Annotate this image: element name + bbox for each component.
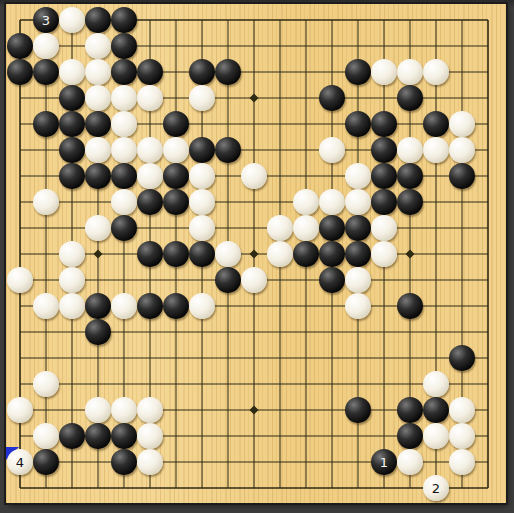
stone-black-c12r8[interactable]	[319, 215, 345, 241]
stone-black-c4r8[interactable]	[111, 215, 137, 241]
stone-white-c2r2[interactable]	[59, 59, 85, 85]
stone-white-c7r11[interactable]	[189, 293, 215, 319]
stone-white-c16r16[interactable]	[423, 423, 449, 449]
stone-black-c5r9[interactable]	[137, 241, 163, 267]
stone-black-c2r16[interactable]	[59, 423, 85, 449]
stone-black-c3r4[interactable]	[85, 111, 111, 137]
stone-black-c2r4[interactable]	[59, 111, 85, 137]
stone-white-c7r7[interactable]	[189, 189, 215, 215]
stone-white-c7r8[interactable]	[189, 215, 215, 241]
stone-black-c17r13[interactable]	[449, 345, 475, 371]
stone-white-c11r8[interactable]	[293, 215, 319, 241]
stone-black-c6r11[interactable]	[163, 293, 189, 319]
stone-white-c3r3[interactable]	[85, 85, 111, 111]
stone-black-c4r1[interactable]	[111, 33, 137, 59]
stone-white-c5r3[interactable]	[137, 85, 163, 111]
move-label-4: 4	[16, 456, 24, 469]
stone-black-c1r17[interactable]	[33, 449, 59, 475]
stone-black-c8r2[interactable]	[215, 59, 241, 85]
stones-layer[interactable]: 3412	[7, 7, 501, 501]
stone-white-c2r11[interactable]	[59, 293, 85, 319]
stone-white-c7r3[interactable]	[189, 85, 215, 111]
stone-black-c6r6[interactable]	[163, 163, 189, 189]
stone-white-c1r16[interactable]	[33, 423, 59, 449]
stone-black-c6r9[interactable]	[163, 241, 189, 267]
stone-black-c15r15[interactable]	[397, 397, 423, 423]
stone-white-c4r15[interactable]	[111, 397, 137, 423]
stone-white-c3r15[interactable]	[85, 397, 111, 423]
move-label-1: 1	[380, 456, 388, 469]
stone-white-c16r18[interactable]: 2	[423, 475, 449, 501]
stone-black-c17r6[interactable]	[449, 163, 475, 189]
move-label-2: 2	[432, 482, 440, 495]
stone-white-c17r15[interactable]	[449, 397, 475, 423]
go-app: 3412	[0, 0, 514, 513]
stone-white-c13r10[interactable]	[345, 267, 371, 293]
stone-black-c16r4[interactable]	[423, 111, 449, 137]
stone-black-c12r10[interactable]	[319, 267, 345, 293]
stone-black-c13r4[interactable]	[345, 111, 371, 137]
stone-black-c4r17[interactable]	[111, 449, 137, 475]
stone-black-c3r12[interactable]	[85, 319, 111, 345]
stone-black-c3r6[interactable]	[85, 163, 111, 189]
stone-black-c2r3[interactable]	[59, 85, 85, 111]
stone-white-c5r17[interactable]	[137, 449, 163, 475]
stone-black-c8r10[interactable]	[215, 267, 241, 293]
stone-white-c14r9[interactable]	[371, 241, 397, 267]
stone-white-c15r5[interactable]	[397, 137, 423, 163]
stone-white-c10r8[interactable]	[267, 215, 293, 241]
stone-white-c15r2[interactable]	[397, 59, 423, 85]
stone-white-c0r10[interactable]	[7, 267, 33, 293]
stone-white-c4r11[interactable]	[111, 293, 137, 319]
stone-black-c5r2[interactable]	[137, 59, 163, 85]
stone-black-c0r2[interactable]	[7, 59, 33, 85]
stone-white-c13r11[interactable]	[345, 293, 371, 319]
stone-white-c4r3[interactable]	[111, 85, 137, 111]
stone-black-c7r2[interactable]	[189, 59, 215, 85]
stone-white-c3r5[interactable]	[85, 137, 111, 163]
stone-black-c2r5[interactable]	[59, 137, 85, 163]
stone-black-c1r0[interactable]: 3	[33, 7, 59, 33]
stone-white-c2r10[interactable]	[59, 267, 85, 293]
stone-white-c1r1[interactable]	[33, 33, 59, 59]
stone-black-c6r4[interactable]	[163, 111, 189, 137]
stone-white-c9r10[interactable]	[241, 267, 267, 293]
stone-black-c8r5[interactable]	[215, 137, 241, 163]
stone-black-c15r16[interactable]	[397, 423, 423, 449]
stone-white-c4r7[interactable]	[111, 189, 137, 215]
stone-black-c14r7[interactable]	[371, 189, 397, 215]
stone-black-c4r0[interactable]	[111, 7, 137, 33]
stone-white-c16r2[interactable]	[423, 59, 449, 85]
stone-black-c3r16[interactable]	[85, 423, 111, 449]
stone-black-c3r11[interactable]	[85, 293, 111, 319]
stone-white-c6r5[interactable]	[163, 137, 189, 163]
stone-white-c5r6[interactable]	[137, 163, 163, 189]
stone-white-c17r5[interactable]	[449, 137, 475, 163]
stone-white-c5r5[interactable]	[137, 137, 163, 163]
stone-black-c13r8[interactable]	[345, 215, 371, 241]
stone-white-c0r15[interactable]	[7, 397, 33, 423]
stone-white-c17r17[interactable]	[449, 449, 475, 475]
stone-black-c2r6[interactable]	[59, 163, 85, 189]
stone-black-c12r3[interactable]	[319, 85, 345, 111]
stone-white-c12r5[interactable]	[319, 137, 345, 163]
stone-white-c17r4[interactable]	[449, 111, 475, 137]
stone-white-c1r14[interactable]	[33, 371, 59, 397]
stone-white-c5r16[interactable]	[137, 423, 163, 449]
stone-black-c13r15[interactable]	[345, 397, 371, 423]
stone-white-c5r15[interactable]	[137, 397, 163, 423]
stone-black-c5r11[interactable]	[137, 293, 163, 319]
stone-black-c0r1[interactable]	[7, 33, 33, 59]
stone-white-c16r14[interactable]	[423, 371, 449, 397]
stone-black-c4r6[interactable]	[111, 163, 137, 189]
stone-black-c16r15[interactable]	[423, 397, 449, 423]
stone-black-c7r9[interactable]	[189, 241, 215, 267]
stone-white-c1r7[interactable]	[33, 189, 59, 215]
move-label-3: 3	[42, 14, 50, 27]
stone-white-c8r9[interactable]	[215, 241, 241, 267]
stone-black-c12r9[interactable]	[319, 241, 345, 267]
stone-black-c14r6[interactable]	[371, 163, 397, 189]
stone-white-c3r2[interactable]	[85, 59, 111, 85]
stone-black-c13r9[interactable]	[345, 241, 371, 267]
stone-white-c15r17[interactable]	[397, 449, 423, 475]
stone-white-c2r9[interactable]	[59, 241, 85, 267]
stone-white-c3r8[interactable]	[85, 215, 111, 241]
stone-black-c14r17[interactable]: 1	[371, 449, 397, 475]
stone-black-c3r0[interactable]	[85, 7, 111, 33]
stone-white-c4r4[interactable]	[111, 111, 137, 137]
stone-white-c13r6[interactable]	[345, 163, 371, 189]
stone-black-c4r16[interactable]	[111, 423, 137, 449]
stone-white-c16r5[interactable]	[423, 137, 449, 163]
stone-black-c4r2[interactable]	[111, 59, 137, 85]
stone-white-c3r1[interactable]	[85, 33, 111, 59]
stone-white-c14r8[interactable]	[371, 215, 397, 241]
stone-white-c11r7[interactable]	[293, 189, 319, 215]
stone-black-c13r2[interactable]	[345, 59, 371, 85]
stone-white-c13r7[interactable]	[345, 189, 371, 215]
stone-black-c15r3[interactable]	[397, 85, 423, 111]
stone-black-c15r11[interactable]	[397, 293, 423, 319]
stone-white-c12r7[interactable]	[319, 189, 345, 215]
stone-white-c1r11[interactable]	[33, 293, 59, 319]
stone-black-c1r2[interactable]	[33, 59, 59, 85]
stone-white-c4r5[interactable]	[111, 137, 137, 163]
stone-white-c17r16[interactable]	[449, 423, 475, 449]
stone-black-c5r7[interactable]	[137, 189, 163, 215]
stone-black-c15r6[interactable]	[397, 163, 423, 189]
stone-black-c7r5[interactable]	[189, 137, 215, 163]
stone-white-c7r6[interactable]	[189, 163, 215, 189]
stone-black-c6r7[interactable]	[163, 189, 189, 215]
stone-black-c11r9[interactable]	[293, 241, 319, 267]
stone-black-c14r5[interactable]	[371, 137, 397, 163]
stone-white-c14r2[interactable]	[371, 59, 397, 85]
stone-white-c10r9[interactable]	[267, 241, 293, 267]
stone-white-c2r0[interactable]	[59, 7, 85, 33]
stone-black-c14r4[interactable]	[371, 111, 397, 137]
stone-black-c1r4[interactable]	[33, 111, 59, 137]
stone-black-c15r7[interactable]	[397, 189, 423, 215]
stone-white-c9r6[interactable]	[241, 163, 267, 189]
stone-white-c0r17[interactable]: 4	[7, 449, 33, 475]
